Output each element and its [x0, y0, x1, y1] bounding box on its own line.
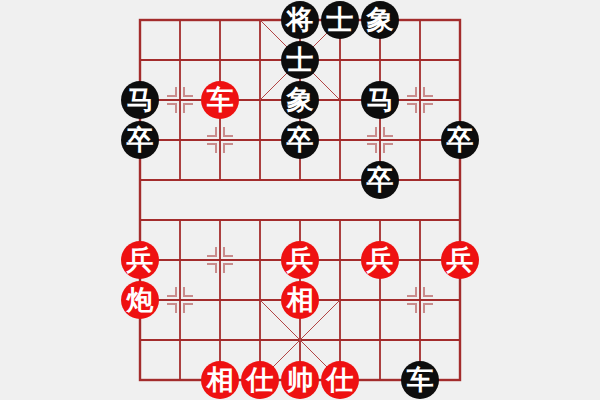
piece-red-advisor-1[interactable]: 仕: [241, 361, 279, 399]
piece-red-soldier-3[interactable]: 兵: [361, 241, 399, 279]
piece-black-soldier-3[interactable]: 卒: [441, 121, 479, 159]
piece-red-advisor-2[interactable]: 仕: [321, 361, 359, 399]
piece-black-horse-1[interactable]: 马: [121, 81, 159, 119]
piece-black-advisor-2[interactable]: 士: [281, 41, 319, 79]
piece-black-horse-2[interactable]: 马: [361, 81, 399, 119]
piece-black-elephant-2[interactable]: 象: [281, 81, 319, 119]
piece-red-soldier-1[interactable]: 兵: [121, 241, 159, 279]
piece-red-elephant-2[interactable]: 相: [201, 361, 239, 399]
piece-black-advisor-1[interactable]: 士: [321, 1, 359, 39]
piece-black-soldier-1[interactable]: 卒: [121, 121, 159, 159]
piece-red-general[interactable]: 帅: [281, 361, 319, 399]
piece-black-soldier-4[interactable]: 卒: [361, 161, 399, 199]
xiangqi-board[interactable]: 将士象士马车象马卒卒卒卒兵兵兵兵炮相相仕帅仕车: [0, 0, 600, 400]
piece-black-soldier-2[interactable]: 卒: [281, 121, 319, 159]
piece-red-elephant-1[interactable]: 相: [281, 281, 319, 319]
piece-red-soldier-2[interactable]: 兵: [281, 241, 319, 279]
app-background: 将士象士马车象马卒卒卒卒兵兵兵兵炮相相仕帅仕车: [0, 0, 600, 400]
piece-red-soldier-4[interactable]: 兵: [441, 241, 479, 279]
piece-black-elephant-1[interactable]: 象: [361, 1, 399, 39]
piece-red-cannon-1[interactable]: 炮: [121, 281, 159, 319]
piece-black-chariot-1[interactable]: 车: [401, 361, 439, 399]
piece-red-chariot-1[interactable]: 车: [201, 81, 239, 119]
piece-black-general[interactable]: 将: [281, 1, 319, 39]
